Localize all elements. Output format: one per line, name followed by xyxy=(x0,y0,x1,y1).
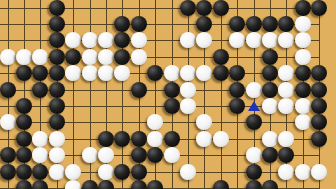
white-stone[interactable] xyxy=(0,49,16,65)
black-stone[interactable] xyxy=(246,164,262,180)
black-stone[interactable] xyxy=(114,49,130,65)
black-stone[interactable] xyxy=(164,82,180,98)
white-stone[interactable] xyxy=(295,164,311,180)
black-stone[interactable] xyxy=(49,98,65,114)
black-stone[interactable] xyxy=(262,49,278,65)
white-stone[interactable] xyxy=(65,164,81,180)
white-stone[interactable] xyxy=(131,32,147,48)
black-stone[interactable] xyxy=(65,49,81,65)
black-stone[interactable] xyxy=(262,147,278,163)
black-stone[interactable] xyxy=(295,0,311,16)
black-stone[interactable] xyxy=(164,98,180,114)
black-stone[interactable] xyxy=(246,114,262,130)
black-stone[interactable] xyxy=(278,16,294,32)
black-stone[interactable] xyxy=(147,147,163,163)
white-stone[interactable] xyxy=(246,82,262,98)
white-stone[interactable] xyxy=(98,164,114,180)
white-stone[interactable] xyxy=(0,114,16,130)
white-stone[interactable] xyxy=(278,32,294,48)
black-stone[interactable] xyxy=(213,65,229,81)
grid-line-vertical xyxy=(73,0,74,189)
black-stone[interactable] xyxy=(0,147,16,163)
white-stone[interactable] xyxy=(278,65,294,81)
white-stone[interactable] xyxy=(213,131,229,147)
black-stone[interactable] xyxy=(164,131,180,147)
black-stone[interactable] xyxy=(16,180,32,189)
black-stone[interactable] xyxy=(49,0,65,16)
white-stone[interactable] xyxy=(180,65,196,81)
black-stone[interactable] xyxy=(246,180,262,189)
white-stone[interactable] xyxy=(16,49,32,65)
black-stone[interactable] xyxy=(131,147,147,163)
black-stone[interactable] xyxy=(32,164,48,180)
black-stone[interactable] xyxy=(16,98,32,114)
white-stone[interactable] xyxy=(295,32,311,48)
black-stone[interactable] xyxy=(147,180,163,189)
white-stone[interactable] xyxy=(49,147,65,163)
black-stone[interactable] xyxy=(16,164,32,180)
black-stone[interactable] xyxy=(49,32,65,48)
black-stone[interactable] xyxy=(213,49,229,65)
white-stone[interactable] xyxy=(98,32,114,48)
white-stone[interactable] xyxy=(262,98,278,114)
white-stone[interactable] xyxy=(82,49,98,65)
black-stone[interactable] xyxy=(32,65,48,81)
white-stone[interactable] xyxy=(295,16,311,32)
black-stone[interactable] xyxy=(262,16,278,32)
white-stone[interactable] xyxy=(82,65,98,81)
white-stone[interactable] xyxy=(246,147,262,163)
white-stone[interactable] xyxy=(82,32,98,48)
black-stone[interactable] xyxy=(49,16,65,32)
white-stone[interactable] xyxy=(131,49,147,65)
grid-line-vertical xyxy=(221,0,222,189)
black-stone[interactable] xyxy=(295,82,311,98)
black-stone[interactable] xyxy=(49,49,65,65)
black-stone[interactable] xyxy=(16,147,32,163)
black-stone[interactable] xyxy=(196,16,212,32)
black-stone[interactable] xyxy=(229,65,245,81)
triangle-marker-icon[interactable] xyxy=(248,101,260,111)
black-stone[interactable] xyxy=(114,16,130,32)
white-stone[interactable] xyxy=(196,32,212,48)
white-stone[interactable] xyxy=(32,49,48,65)
black-stone[interactable] xyxy=(311,98,327,114)
white-stone[interactable] xyxy=(65,65,81,81)
black-stone[interactable] xyxy=(49,114,65,130)
black-stone[interactable] xyxy=(32,82,48,98)
black-stone[interactable] xyxy=(262,65,278,81)
white-stone[interactable] xyxy=(180,82,196,98)
white-stone[interactable] xyxy=(262,131,278,147)
black-stone[interactable] xyxy=(311,0,327,16)
black-stone[interactable] xyxy=(98,131,114,147)
black-stone[interactable] xyxy=(180,0,196,16)
white-stone[interactable] xyxy=(180,98,196,114)
black-stone[interactable] xyxy=(262,180,278,189)
white-stone[interactable] xyxy=(82,147,98,163)
black-stone[interactable] xyxy=(114,164,130,180)
white-stone[interactable] xyxy=(180,164,196,180)
white-stone[interactable] xyxy=(246,32,262,48)
black-stone[interactable] xyxy=(311,131,327,147)
white-stone[interactable] xyxy=(147,131,163,147)
black-stone[interactable] xyxy=(278,147,294,163)
black-stone[interactable] xyxy=(82,180,98,189)
white-stone[interactable] xyxy=(98,65,114,81)
black-stone[interactable] xyxy=(131,164,147,180)
black-stone[interactable] xyxy=(131,16,147,32)
white-stone[interactable] xyxy=(295,114,311,130)
white-stone[interactable] xyxy=(196,65,212,81)
black-stone[interactable] xyxy=(16,114,32,130)
black-stone[interactable] xyxy=(295,65,311,81)
black-stone[interactable] xyxy=(213,0,229,16)
white-stone[interactable] xyxy=(278,82,294,98)
white-stone[interactable] xyxy=(147,114,163,130)
white-stone[interactable] xyxy=(32,147,48,163)
white-stone[interactable] xyxy=(180,32,196,48)
white-stone[interactable] xyxy=(262,32,278,48)
white-stone[interactable] xyxy=(49,131,65,147)
white-stone[interactable] xyxy=(32,131,48,147)
black-stone[interactable] xyxy=(311,114,327,130)
white-stone[interactable] xyxy=(164,65,180,81)
black-stone[interactable] xyxy=(213,180,229,189)
black-stone[interactable] xyxy=(229,82,245,98)
black-stone[interactable] xyxy=(32,180,48,189)
white-stone[interactable] xyxy=(114,65,130,81)
white-stone[interactable] xyxy=(98,147,114,163)
black-stone[interactable] xyxy=(16,65,32,81)
black-stone[interactable] xyxy=(131,180,147,189)
black-stone[interactable] xyxy=(229,98,245,114)
white-stone[interactable] xyxy=(49,164,65,180)
black-stone[interactable] xyxy=(16,131,32,147)
white-stone[interactable] xyxy=(229,32,245,48)
white-stone[interactable] xyxy=(65,180,81,189)
black-stone[interactable] xyxy=(131,82,147,98)
white-stone[interactable] xyxy=(311,164,327,180)
white-stone[interactable] xyxy=(278,131,294,147)
black-stone[interactable] xyxy=(98,180,114,189)
black-stone[interactable] xyxy=(311,82,327,98)
black-stone[interactable] xyxy=(311,65,327,81)
white-stone[interactable] xyxy=(98,49,114,65)
black-stone[interactable] xyxy=(246,16,262,32)
black-stone[interactable] xyxy=(131,131,147,147)
black-stone[interactable] xyxy=(114,131,130,147)
black-stone[interactable] xyxy=(196,0,212,16)
white-stone[interactable] xyxy=(164,147,180,163)
black-stone[interactable] xyxy=(114,32,130,48)
white-stone[interactable] xyxy=(278,164,294,180)
go-board[interactable] xyxy=(0,0,336,189)
white-stone[interactable] xyxy=(196,131,212,147)
black-stone[interactable] xyxy=(147,65,163,81)
black-stone[interactable] xyxy=(0,164,16,180)
black-stone[interactable] xyxy=(49,65,65,81)
black-stone[interactable] xyxy=(0,82,16,98)
white-stone[interactable] xyxy=(295,98,311,114)
white-stone[interactable] xyxy=(278,98,294,114)
black-stone[interactable] xyxy=(49,82,65,98)
white-stone[interactable] xyxy=(196,114,212,130)
black-stone[interactable] xyxy=(229,16,245,32)
white-stone[interactable] xyxy=(295,49,311,65)
black-stone[interactable] xyxy=(262,82,278,98)
white-stone[interactable] xyxy=(65,32,81,48)
